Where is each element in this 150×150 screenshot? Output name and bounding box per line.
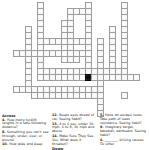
clue-number: 13. bbox=[52, 122, 59, 126]
clues-column-left: Across4. How many forklift lengths in a … bbox=[2, 114, 49, 148]
crossword-grid bbox=[0, 0, 150, 128]
clue-10: 10. How wide and deep bbox=[2, 143, 49, 147]
cell-r9c10[interactable] bbox=[73, 56, 80, 63]
clue-number: 10. bbox=[2, 142, 9, 146]
clue-number: 12. bbox=[52, 113, 59, 117]
clue-6: 6. ________ driving causes 50 other bbox=[100, 139, 148, 147]
clue-number: 5. bbox=[100, 113, 105, 117]
clue-area: Across4. How many forklift lengths in a … bbox=[0, 114, 150, 150]
clue-5: 5. Have an escape route. Take path of le… bbox=[100, 114, 148, 126]
clue-number: 4. bbox=[2, 118, 7, 122]
clues-column-right: 5. Have an escape route. Take path of le… bbox=[100, 114, 148, 147]
clues-column-middle: 12. Keeps eyes ahead of car. Seeing habi… bbox=[52, 114, 97, 150]
cell-r12c20[interactable] bbox=[133, 74, 140, 81]
clue-9: 9. Imaginary target, baseball, dartboard… bbox=[100, 126, 148, 138]
clue-13: 13. 4 to 6 sec. under 30 mph. 6 to 8, 30… bbox=[52, 123, 97, 135]
down-heading: Down bbox=[52, 147, 97, 150]
clue-number: 9. bbox=[100, 125, 105, 129]
clue-14: 14. Make Sure They See You. What does it… bbox=[52, 135, 97, 147]
cell-r15c18[interactable] bbox=[121, 92, 128, 99]
clue-number: 6. bbox=[100, 138, 105, 142]
clue-number: 8. bbox=[2, 130, 7, 134]
clue-4: 4. How many forklift lengths in a safe f… bbox=[2, 119, 49, 131]
clue-8: 8. Something you can't see through, unde… bbox=[2, 131, 49, 143]
clue-number: 14. bbox=[52, 134, 59, 138]
